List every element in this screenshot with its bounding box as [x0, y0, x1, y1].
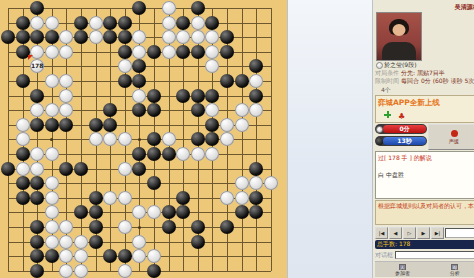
info-label: 限制时间	[375, 78, 399, 86]
white-stone	[118, 132, 132, 146]
black-stone	[45, 249, 59, 263]
player-names: 於之莹(9段) 周泓余(9段)	[375, 61, 474, 70]
last-move-flag-icon	[28, 55, 33, 60]
black-stone	[30, 89, 44, 103]
black-stone	[16, 147, 30, 161]
white-stone	[45, 191, 59, 205]
black-stone	[30, 176, 44, 190]
white-stone	[30, 147, 44, 161]
white-stone	[103, 132, 117, 146]
white-player-photo	[376, 12, 422, 61]
nav-button[interactable]: ▶|	[431, 227, 444, 239]
black-stone	[191, 1, 205, 15]
black-stone	[132, 147, 146, 161]
black-stone	[147, 147, 161, 161]
black-stone	[147, 176, 161, 190]
white-stone	[89, 30, 103, 44]
black-stone	[118, 30, 132, 44]
white-stone	[16, 132, 30, 146]
black-stone	[147, 89, 161, 103]
black-stone	[103, 249, 117, 263]
white-stone	[249, 74, 263, 88]
black-stone	[162, 205, 176, 219]
black-stone	[132, 74, 146, 88]
white-stone	[118, 191, 132, 205]
black-stone	[191, 45, 205, 59]
white-stone	[162, 45, 176, 59]
white-stone-icon	[376, 126, 383, 133]
observer-panel	[287, 0, 373, 278]
white-stone	[235, 191, 249, 205]
white-stone	[118, 59, 132, 73]
white-stone	[118, 220, 132, 234]
black-stone	[147, 264, 161, 278]
grid-line	[242, 8, 243, 271]
white-stone	[74, 264, 88, 278]
black-stone	[30, 220, 44, 234]
result-line: 白 中盘胜	[378, 171, 474, 180]
black-stone	[205, 16, 219, 30]
white-stone	[118, 162, 132, 176]
white-stone	[30, 103, 44, 117]
nav-button[interactable]: ▷	[403, 227, 416, 239]
black-stone	[103, 118, 117, 132]
black-stone	[89, 191, 103, 205]
white-stone	[132, 89, 146, 103]
toolbar-button-参加者[interactable]: 人参加者	[395, 264, 410, 276]
white-captures: 4个	[381, 86, 391, 94]
white-stone	[30, 16, 44, 30]
white-stone	[176, 147, 190, 161]
black-stone	[132, 1, 146, 15]
star-point	[138, 226, 141, 229]
white-stone	[191, 16, 205, 30]
info-row: 限制时间每回合 0分 (60秒 读秒 5次)	[375, 78, 474, 86]
white-stone	[147, 205, 161, 219]
black-stone	[176, 191, 190, 205]
white-stone	[132, 235, 146, 249]
black-stone	[176, 16, 190, 30]
white-stone	[132, 205, 146, 219]
white-stone	[45, 147, 59, 161]
black-stone	[30, 249, 44, 263]
grid-line	[271, 8, 272, 271]
info-value: 分先: 黑贴7目半	[401, 70, 445, 78]
black-stone	[118, 16, 132, 30]
black-stone	[191, 89, 205, 103]
black-stone	[118, 74, 132, 88]
black-stone	[191, 220, 205, 234]
chat-input[interactable]	[395, 251, 474, 259]
info-value: 每回合 0分 (60秒 读秒 5次)	[401, 78, 474, 86]
white-stone	[205, 59, 219, 73]
black-stone	[249, 89, 263, 103]
black-stone	[89, 205, 103, 219]
black-stone	[220, 74, 234, 88]
black-stone	[191, 132, 205, 146]
black-stone	[162, 147, 176, 161]
event-title: 吴清源杯世界女子围棋锦标赛 决赛 1局	[375, 1, 474, 12]
black-stone	[249, 59, 263, 73]
white-stone	[264, 176, 278, 190]
white-stone	[59, 235, 73, 249]
white-stone	[235, 103, 249, 117]
club-icon: ♣	[398, 112, 405, 121]
white-stone	[59, 264, 73, 278]
plus-icon	[384, 111, 391, 118]
black-stone	[191, 103, 205, 117]
black-stone	[30, 191, 44, 205]
black-stone	[205, 118, 219, 132]
black-stone	[147, 132, 161, 146]
black-stone	[249, 162, 263, 176]
white-stone	[235, 176, 249, 190]
nav-button[interactable]: |◀	[375, 227, 388, 239]
grid-line	[256, 8, 257, 271]
black-stone	[249, 191, 263, 205]
black-stone	[74, 16, 88, 30]
white-stone	[59, 89, 73, 103]
white-stone	[45, 16, 59, 30]
black-stone	[220, 220, 234, 234]
captures-row: 4个 提子 3个	[375, 86, 474, 94]
white-stone	[220, 191, 234, 205]
white-stone	[249, 176, 263, 190]
white-stone	[205, 147, 219, 161]
white-stone	[176, 30, 190, 44]
white-stone	[45, 235, 59, 249]
black-stone	[132, 162, 146, 176]
move-counter-bar: 总手数: 178 现在的手数: 178	[375, 240, 474, 249]
black-stone	[191, 235, 205, 249]
white-stone	[205, 45, 219, 59]
white-stone	[162, 132, 176, 146]
black-stone	[74, 205, 88, 219]
grid-line	[8, 271, 271, 272]
black-stone	[162, 220, 176, 234]
chat-row: 对话框	[375, 250, 474, 260]
white-stone	[74, 235, 88, 249]
toolbar-button-分析[interactable]: AJ分析	[450, 264, 460, 276]
white-stone	[191, 147, 205, 161]
black-stone	[74, 30, 88, 44]
black-stone	[1, 30, 15, 44]
white-stone	[59, 103, 73, 117]
black-stone	[249, 205, 263, 219]
chat-label: 对话框	[375, 251, 393, 260]
white-stone	[132, 30, 146, 44]
black-clock: 13秒	[375, 136, 427, 146]
white-stone	[45, 205, 59, 219]
info-row: 对局条件分先: 黑贴7目半	[375, 70, 474, 78]
black-stone	[147, 45, 161, 59]
white-stone	[16, 162, 30, 176]
white-stone	[220, 118, 234, 132]
black-stone	[30, 118, 44, 132]
white-stone	[74, 249, 88, 263]
action-icon	[451, 130, 458, 137]
white-stone	[45, 220, 59, 234]
nav-button[interactable]: ▶	[417, 227, 430, 239]
white-stone	[205, 103, 219, 117]
black-stone	[89, 220, 103, 234]
move-count-line: 过[ 178 手 ] 的解说	[378, 154, 474, 163]
move-number-label: 178	[30, 62, 44, 70]
white-stone	[235, 118, 249, 132]
white-stone	[59, 74, 73, 88]
white-stone	[132, 249, 146, 263]
last-move-stone: 178	[30, 59, 44, 73]
black-stone	[1, 162, 15, 176]
white-stone	[45, 74, 59, 88]
black-stone	[235, 74, 249, 88]
white-stone	[89, 132, 103, 146]
white-stone	[45, 103, 59, 117]
black-stone	[45, 30, 59, 44]
game-conditions: 对局条件分先: 黑贴7目半限制时间每回合 0分 (60秒 读秒 5次)	[375, 70, 474, 86]
go-board[interactable]: 178	[0, 0, 287, 278]
white-stone	[59, 220, 73, 234]
white-player-name: 於之莹(9段)	[376, 61, 417, 70]
white-stone	[249, 103, 263, 117]
toolbar-label: 分析	[450, 270, 460, 276]
white-stone	[147, 249, 161, 263]
star-point	[50, 138, 53, 141]
black-stone	[30, 235, 44, 249]
white-stone	[132, 45, 146, 59]
black-stone	[176, 89, 190, 103]
black-stone-icon	[376, 138, 383, 145]
move-number-input[interactable]	[445, 228, 474, 238]
black-stone	[118, 45, 132, 59]
action-button-声援[interactable]: 声援	[428, 124, 474, 150]
white-stone	[162, 1, 176, 15]
white-stone	[205, 30, 219, 44]
clocks-area: 0分 13秒 声援领取押分合计	[375, 124, 474, 150]
black-stone	[59, 118, 73, 132]
white-stone	[162, 30, 176, 44]
player-photos	[375, 12, 474, 61]
move-navigation: |◀◀▷▶▶| GO	[375, 226, 474, 240]
white-stone-icon	[376, 62, 383, 69]
total-moves: 总手数: 178	[377, 240, 410, 249]
bottom-toolbar: 人参加者AJ分析研棋谱研究口聊天出退出	[375, 261, 474, 277]
black-stone	[30, 264, 44, 278]
black-stone	[103, 16, 117, 30]
black-stone	[176, 205, 190, 219]
black-stone	[74, 162, 88, 176]
black-stone	[59, 162, 73, 176]
black-stone	[103, 103, 117, 117]
black-time: 13秒	[383, 137, 426, 145]
notice-box: 根据弈城规则以及对局者的认可，本结果有效，不再处理。	[375, 200, 474, 225]
black-stone	[103, 30, 117, 44]
black-stone	[205, 89, 219, 103]
result-box: 过[ 178 手 ] 的解说 白 中盘胜	[375, 151, 474, 199]
info-label: 对局条件	[375, 70, 399, 78]
white-stone	[45, 45, 59, 59]
black-stone	[132, 103, 146, 117]
white-stone	[59, 45, 73, 59]
white-stone	[191, 30, 205, 44]
white-stone	[118, 264, 132, 278]
black-stone	[16, 74, 30, 88]
black-stone	[89, 118, 103, 132]
game-info-panel: 吴清源杯世界女子围棋锦标赛 决赛 1局 於之莹(9段) 周泓余(9段) 对局条件…	[373, 0, 474, 278]
black-stone	[16, 191, 30, 205]
white-stone	[16, 118, 30, 132]
black-stone	[16, 16, 30, 30]
black-stone	[132, 59, 146, 73]
black-stone	[205, 132, 219, 146]
white-stone	[162, 16, 176, 30]
black-stone	[30, 30, 44, 44]
black-stone	[30, 1, 44, 15]
white-time: 0分	[383, 125, 426, 133]
white-stone	[103, 191, 117, 205]
app-banner[interactable]: 弈城APP全新上线 ♣	[375, 95, 474, 124]
black-stone	[118, 249, 132, 263]
black-stone	[176, 45, 190, 59]
action-buttons: 声援领取押分合计	[428, 124, 474, 150]
black-stone	[89, 235, 103, 249]
black-stone	[45, 118, 59, 132]
white-stone	[59, 249, 73, 263]
black-stone	[16, 176, 30, 190]
white-stone	[30, 162, 44, 176]
black-stone	[16, 30, 30, 44]
white-stone	[220, 132, 234, 146]
black-stone	[235, 205, 249, 219]
banner-text: 弈城APP全新上线	[378, 98, 474, 108]
black-stone	[220, 30, 234, 44]
white-stone	[45, 176, 59, 190]
star-point	[138, 138, 141, 141]
white-stone	[89, 16, 103, 30]
toolbar-label: 参加者	[395, 270, 410, 276]
white-clock: 0分	[375, 124, 427, 134]
white-stone	[59, 30, 73, 44]
black-stone	[220, 45, 234, 59]
action-label: 声援	[449, 138, 459, 144]
nav-button[interactable]: ◀	[389, 227, 402, 239]
black-stone	[147, 103, 161, 117]
